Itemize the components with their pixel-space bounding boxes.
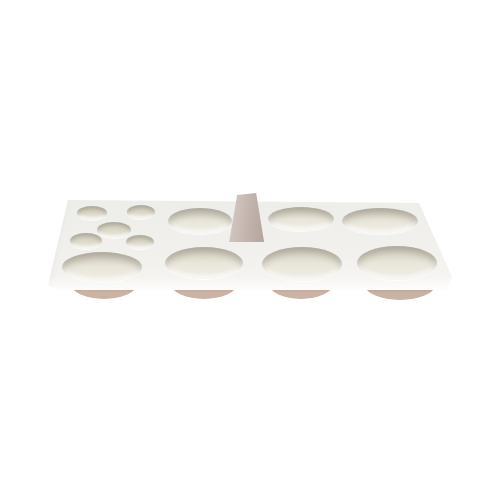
large-oval-well — [262, 247, 342, 281]
small-round-well — [97, 222, 131, 238]
small-round-well — [70, 233, 102, 249]
large-oval-well — [357, 246, 437, 280]
product-photo-stage — [0, 0, 500, 500]
large-oval-well — [62, 252, 142, 282]
small-round-well — [126, 235, 154, 249]
large-oval-well — [342, 208, 418, 234]
large-oval-well — [268, 207, 334, 231]
large-oval-well — [168, 208, 232, 234]
small-round-well — [77, 206, 107, 220]
large-oval-well — [165, 247, 243, 279]
small-round-well — [127, 205, 155, 219]
